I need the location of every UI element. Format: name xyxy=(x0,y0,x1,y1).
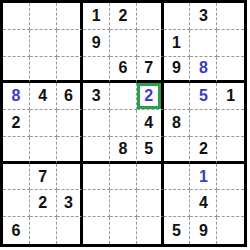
cell-r8c6[interactable] xyxy=(137,190,164,217)
cell-r5c6[interactable]: 4 xyxy=(137,110,164,137)
cell-r9c6[interactable] xyxy=(137,217,164,244)
cell-r4c4[interactable]: 3 xyxy=(83,83,110,110)
cell-r3c3[interactable] xyxy=(57,57,84,84)
cell-r1c3[interactable] xyxy=(57,3,84,30)
cell-r7c6[interactable] xyxy=(137,164,164,191)
cell-r7c8[interactable]: 1 xyxy=(190,164,217,191)
cell-r5c3[interactable] xyxy=(57,110,84,137)
cell-r2c5[interactable] xyxy=(110,30,137,57)
cell-r9c8[interactable]: 9 xyxy=(190,217,217,244)
cell-r2c8[interactable] xyxy=(190,30,217,57)
cell-r6c4[interactable] xyxy=(83,137,110,164)
cell-r9c3[interactable] xyxy=(57,217,84,244)
cell-r8c2[interactable]: 2 xyxy=(30,190,57,217)
cell-r7c2[interactable]: 7 xyxy=(30,164,57,191)
cell-r2c6[interactable] xyxy=(137,30,164,57)
cell-r5c9[interactable] xyxy=(217,110,244,137)
cell-r6c7[interactable] xyxy=(164,137,191,164)
cell-r7c1[interactable] xyxy=(3,164,30,191)
cell-r4c7[interactable] xyxy=(164,83,191,110)
cell-r3c2[interactable] xyxy=(30,57,57,84)
cell-r6c9[interactable] xyxy=(217,137,244,164)
cell-r8c4[interactable] xyxy=(83,190,110,217)
cell-r8c9[interactable] xyxy=(217,190,244,217)
cell-r4c1[interactable]: 8 xyxy=(3,83,30,110)
cell-r3c6[interactable]: 7 xyxy=(137,57,164,84)
cell-r7c3[interactable] xyxy=(57,164,84,191)
cell-r3c5[interactable]: 6 xyxy=(110,57,137,84)
cell-r7c9[interactable] xyxy=(217,164,244,191)
cell-r3c4[interactable] xyxy=(83,57,110,84)
cell-r1c9[interactable] xyxy=(217,3,244,30)
cell-r4c3[interactable]: 6 xyxy=(57,83,84,110)
cell-r5c1[interactable]: 2 xyxy=(3,110,30,137)
cell-r9c1[interactable]: 6 xyxy=(3,217,30,244)
cell-r9c9[interactable] xyxy=(217,217,244,244)
cell-r1c4[interactable]: 1 xyxy=(83,3,110,30)
cell-r1c1[interactable] xyxy=(3,3,30,30)
cell-r1c2[interactable] xyxy=(30,3,57,30)
cell-r3c9[interactable] xyxy=(217,57,244,84)
cell-r7c5[interactable] xyxy=(110,164,137,191)
cell-r6c5[interactable]: 8 xyxy=(110,137,137,164)
cell-r4c9[interactable]: 1 xyxy=(217,83,244,110)
cell-r1c7[interactable] xyxy=(164,3,191,30)
cell-r8c1[interactable] xyxy=(3,190,30,217)
cell-r1c5[interactable]: 2 xyxy=(110,3,137,30)
cell-r2c9[interactable] xyxy=(217,30,244,57)
cell-r8c7[interactable] xyxy=(164,190,191,217)
cell-r8c3[interactable]: 3 xyxy=(57,190,84,217)
cell-r6c1[interactable] xyxy=(3,137,30,164)
cell-r6c2[interactable] xyxy=(30,137,57,164)
cell-r1c6[interactable] xyxy=(137,3,164,30)
cell-r5c8[interactable] xyxy=(190,110,217,137)
cell-r9c5[interactable] xyxy=(110,217,137,244)
cell-r5c4[interactable] xyxy=(83,110,110,137)
cell-r4c2[interactable]: 4 xyxy=(30,83,57,110)
cell-r3c7[interactable]: 9 xyxy=(164,57,191,84)
cell-r7c7[interactable] xyxy=(164,164,191,191)
cell-r4c5[interactable] xyxy=(110,83,137,110)
cell-r9c2[interactable] xyxy=(30,217,57,244)
cell-r9c7[interactable]: 5 xyxy=(164,217,191,244)
cell-r8c5[interactable] xyxy=(110,190,137,217)
cell-r2c2[interactable] xyxy=(30,30,57,57)
sudoku-board: 123916798846325124885271234659 xyxy=(0,0,247,247)
cell-r3c8[interactable]: 8 xyxy=(190,57,217,84)
cell-r4c6[interactable]: 2 xyxy=(137,83,164,110)
cell-r9c4[interactable] xyxy=(83,217,110,244)
cell-r8c8[interactable]: 4 xyxy=(190,190,217,217)
cell-r5c2[interactable] xyxy=(30,110,57,137)
cell-r1c8[interactable]: 3 xyxy=(190,3,217,30)
cell-r6c3[interactable] xyxy=(57,137,84,164)
cell-r2c3[interactable] xyxy=(57,30,84,57)
cell-r2c4[interactable]: 9 xyxy=(83,30,110,57)
cell-r5c7[interactable]: 8 xyxy=(164,110,191,137)
cell-r6c8[interactable]: 2 xyxy=(190,137,217,164)
cell-r2c1[interactable] xyxy=(3,30,30,57)
cell-r2c7[interactable]: 1 xyxy=(164,30,191,57)
cell-r6c6[interactable]: 5 xyxy=(137,137,164,164)
cell-r4c8[interactable]: 5 xyxy=(190,83,217,110)
cell-r5c5[interactable] xyxy=(110,110,137,137)
cell-r3c1[interactable] xyxy=(3,57,30,84)
cell-r7c4[interactable] xyxy=(83,164,110,191)
